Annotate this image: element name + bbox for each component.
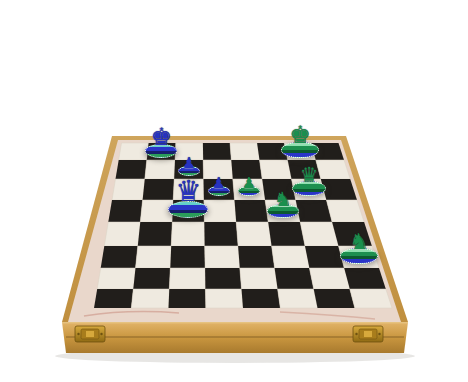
- square-b1[interactable]: [131, 289, 169, 308]
- square-d1[interactable]: [205, 289, 243, 308]
- piece-blue-king-b8[interactable]: ♚: [145, 125, 177, 158]
- latch-left[interactable]: [75, 326, 105, 342]
- square-f3[interactable]: [272, 246, 310, 268]
- square-h2[interactable]: [344, 268, 386, 289]
- chessboard-scene: ♚♟♟♛♟♞♚♛♞: [0, 0, 468, 382]
- king-glyph: ♚: [289, 123, 311, 147]
- square-d2[interactable]: [205, 268, 241, 289]
- square-g5[interactable]: [296, 200, 332, 222]
- square-d8[interactable]: [203, 143, 231, 160]
- square-g4[interactable]: [300, 222, 338, 246]
- piece-blue-queen-c5[interactable]: ♛: [168, 177, 208, 218]
- piece-green-knight-f5[interactable]: ♞: [267, 189, 299, 218]
- pawn-glyph: ♟: [242, 176, 255, 191]
- pawn-glyph: ♟: [212, 176, 225, 191]
- piece-green-king-g8[interactable]: ♚: [281, 123, 319, 158]
- square-a4[interactable]: [104, 222, 140, 246]
- square-f7[interactable]: [260, 160, 292, 179]
- knight-glyph: ♞: [349, 231, 369, 253]
- king-glyph: ♚: [151, 125, 173, 149]
- square-d5[interactable]: [204, 200, 236, 222]
- square-g3[interactable]: [305, 246, 344, 268]
- square-e3[interactable]: [238, 246, 275, 268]
- square-f2[interactable]: [275, 268, 314, 289]
- square-e2[interactable]: [240, 268, 278, 289]
- square-a2[interactable]: [97, 268, 135, 289]
- queen-glyph: ♛: [175, 177, 201, 206]
- square-c1[interactable]: [169, 289, 206, 308]
- square-b3[interactable]: [136, 246, 172, 268]
- latch-right[interactable]: [353, 326, 383, 342]
- square-g1[interactable]: [314, 289, 355, 308]
- square-a8[interactable]: [119, 143, 149, 160]
- square-a1[interactable]: [94, 289, 133, 308]
- square-e5[interactable]: [235, 200, 269, 222]
- square-c3[interactable]: [170, 246, 205, 268]
- square-d4[interactable]: [204, 222, 238, 246]
- square-a6[interactable]: [112, 179, 145, 200]
- piece-green-knight-h3[interactable]: ♞: [340, 231, 378, 264]
- queen-glyph: ♛: [300, 165, 319, 186]
- square-a7[interactable]: [116, 160, 147, 179]
- chess-board: [0, 0, 468, 382]
- square-a3[interactable]: [101, 246, 138, 268]
- square-c2[interactable]: [169, 268, 205, 289]
- square-e1[interactable]: [242, 289, 281, 308]
- piece-blue-pawn-d6[interactable]: ♟: [208, 176, 230, 196]
- square-e8[interactable]: [230, 143, 260, 160]
- knight-glyph: ♞: [274, 189, 292, 209]
- square-e4[interactable]: [236, 222, 271, 246]
- square-f1[interactable]: [278, 289, 318, 308]
- square-a5[interactable]: [108, 200, 142, 222]
- square-b2[interactable]: [133, 268, 170, 289]
- square-c4[interactable]: [171, 222, 205, 246]
- square-f4[interactable]: [268, 222, 305, 246]
- pawn-glyph: ♟: [182, 156, 195, 171]
- piece-green-pawn-e6[interactable]: ♟: [238, 176, 260, 196]
- square-b4[interactable]: [138, 222, 173, 246]
- square-d3[interactable]: [205, 246, 240, 268]
- square-h1[interactable]: [350, 289, 392, 308]
- square-g2[interactable]: [309, 268, 349, 289]
